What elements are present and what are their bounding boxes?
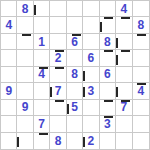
consecutive-bar-v-r9c5 xyxy=(83,137,85,147)
cell-r9c4[interactable]: 8 xyxy=(50,133,66,149)
cell-r5c3[interactable]: 4 xyxy=(34,67,50,83)
cell-r2c9[interactable]: 8 xyxy=(133,17,149,33)
cell-r8c8[interactable] xyxy=(116,116,132,132)
consecutive-bar-h-r2c9 xyxy=(137,34,146,36)
cell-r8c2[interactable] xyxy=(17,116,33,132)
cell-r6c4[interactable]: 7 xyxy=(50,83,66,99)
cell-r4c5[interactable] xyxy=(67,50,83,66)
cell-r4c7[interactable] xyxy=(100,50,116,66)
cell-r3c5[interactable]: 6 xyxy=(67,34,83,50)
cell-r8c6[interactable] xyxy=(83,116,99,132)
cell-r8c1[interactable] xyxy=(1,116,17,132)
cell-r9c3[interactable] xyxy=(34,133,50,149)
cell-r2c1[interactable]: 4 xyxy=(1,17,17,33)
cell-r5c1[interactable] xyxy=(1,67,17,83)
cell-r1c3[interactable] xyxy=(34,1,50,17)
consecutive-bar-h-r6c7 xyxy=(104,100,113,102)
cell-r3c9[interactable] xyxy=(133,34,149,50)
cell-r8c4[interactable] xyxy=(50,116,66,132)
cell-r4c4[interactable]: 2 xyxy=(50,50,66,66)
cell-r2c6[interactable] xyxy=(83,17,99,33)
cell-r3c3[interactable]: 1 xyxy=(34,34,50,50)
cell-r8c7[interactable]: 3 xyxy=(100,116,116,132)
cell-r6c2[interactable] xyxy=(17,83,33,99)
consecutive-bar-v-r7c4 xyxy=(67,104,69,114)
consecutive-bar-h-r7c7 xyxy=(104,116,113,118)
consecutive-bar-v-r6c5 xyxy=(83,87,85,97)
cell-r5c7[interactable]: 6 xyxy=(100,67,116,83)
cell-r4c3[interactable] xyxy=(34,50,50,66)
cell-r6c7[interactable] xyxy=(100,83,116,99)
cell-r1c2[interactable]: 8 xyxy=(17,1,33,17)
cell-r9c9[interactable] xyxy=(133,133,149,149)
cell-r7c9[interactable] xyxy=(133,100,149,116)
cell-r5c2[interactable] xyxy=(17,67,33,83)
cell-r8c3[interactable]: 7 xyxy=(34,116,50,132)
cell-r7c5[interactable]: 5 xyxy=(67,100,83,116)
cell-r4c6[interactable]: 6 xyxy=(83,50,99,66)
consecutive-bar-h-r6c4 xyxy=(55,100,64,102)
cell-r7c1[interactable] xyxy=(1,100,17,116)
cell-r8c9[interactable] xyxy=(133,116,149,132)
cell-r7c2[interactable]: 9 xyxy=(17,100,33,116)
cell-r1c6[interactable] xyxy=(83,1,99,17)
cell-r9c5[interactable] xyxy=(67,133,83,149)
cell-r6c6[interactable]: 3 xyxy=(83,83,99,99)
consecutive-bar-v-r1c2 xyxy=(34,5,36,15)
cell-r5c9[interactable] xyxy=(133,67,149,83)
cell-r3c6[interactable] xyxy=(83,34,99,50)
consecutive-bar-h-r4c3 xyxy=(39,67,48,69)
cell-r5c8[interactable] xyxy=(116,67,132,83)
cell-r3c1[interactable] xyxy=(1,34,17,50)
cell-r5c4[interactable] xyxy=(50,67,66,83)
consecutive-bar-h-r5c9 xyxy=(137,83,146,85)
cell-r7c3[interactable] xyxy=(34,100,50,116)
cell-r7c4[interactable] xyxy=(50,100,66,116)
cell-r2c7[interactable] xyxy=(100,17,116,33)
consecutive-bar-v-r3c7 xyxy=(116,38,118,48)
cell-r2c8[interactable] xyxy=(116,17,132,33)
consecutive-bar-v-r5c5 xyxy=(83,71,85,81)
consecutive-bar-h-r2c2 xyxy=(22,34,31,36)
cell-r4c2[interactable] xyxy=(17,50,33,66)
consecutive-bar-h-r2c5 xyxy=(72,34,81,36)
cell-r6c1[interactable]: 9 xyxy=(1,83,17,99)
cell-r8c5[interactable] xyxy=(67,116,83,132)
cell-r2c3[interactable] xyxy=(34,17,50,33)
consecutive-bar-v-r6c7 xyxy=(116,87,118,97)
cell-r9c2[interactable] xyxy=(17,133,33,149)
cell-r9c8[interactable] xyxy=(116,133,132,149)
cell-r3c7[interactable]: 8 xyxy=(100,34,116,50)
cell-r7c6[interactable] xyxy=(83,100,99,116)
cell-r4c9[interactable] xyxy=(133,50,149,66)
puzzle-board: 84481682648697349577382 xyxy=(0,0,150,150)
consecutive-bar-h-r4c4 xyxy=(55,67,64,69)
cell-r2c5[interactable] xyxy=(67,17,83,33)
cell-r1c5[interactable] xyxy=(67,1,83,17)
consecutive-bar-h-r8c3 xyxy=(39,133,48,135)
cell-r6c3[interactable] xyxy=(34,83,50,99)
cell-r3c2[interactable] xyxy=(17,34,33,50)
consecutive-bar-h-r3c7 xyxy=(104,50,113,52)
consecutive-bar-v-r9c1 xyxy=(17,137,19,147)
consecutive-bar-v-r4c7 xyxy=(116,55,118,65)
cell-r5c6[interactable] xyxy=(83,67,99,83)
cell-r1c8[interactable]: 4 xyxy=(116,1,132,17)
cell-r9c1[interactable] xyxy=(1,133,17,149)
cell-r1c9[interactable] xyxy=(133,1,149,17)
cell-r5c5[interactable]: 8 xyxy=(67,67,83,83)
cell-r1c7[interactable] xyxy=(100,1,116,17)
puzzle-grid: 84481682648697349577382 xyxy=(1,1,149,149)
cell-r6c8[interactable] xyxy=(116,83,132,99)
cell-r6c9[interactable]: 4 xyxy=(133,83,149,99)
consecutive-bar-h-r3c8 xyxy=(121,50,130,52)
cell-r1c1[interactable] xyxy=(1,1,17,17)
cell-r4c8[interactable] xyxy=(116,50,132,66)
cell-r3c4[interactable] xyxy=(50,34,66,50)
consecutive-bar-v-r2c6 xyxy=(100,22,102,32)
cell-r2c2[interactable] xyxy=(17,17,33,33)
cell-r2c4[interactable] xyxy=(50,17,66,33)
cell-r9c6[interactable]: 2 xyxy=(83,133,99,149)
cell-r1c4[interactable] xyxy=(50,1,66,17)
consecutive-bar-h-r1c8 xyxy=(121,17,130,19)
consecutive-bar-v-r6c3 xyxy=(50,87,52,97)
consecutive-bar-h-r6c8 xyxy=(121,100,130,102)
consecutive-bar-h-r1c7 xyxy=(104,17,113,19)
cell-r7c7[interactable] xyxy=(100,100,116,116)
cell-r7c8[interactable]: 7 xyxy=(116,100,132,116)
cell-r4c1[interactable] xyxy=(1,50,17,66)
cell-r9c7[interactable] xyxy=(100,133,116,149)
cell-r6c5[interactable] xyxy=(67,83,83,99)
cell-r3c8[interactable] xyxy=(116,34,132,50)
consecutive-bar-h-r3c4 xyxy=(55,50,64,52)
